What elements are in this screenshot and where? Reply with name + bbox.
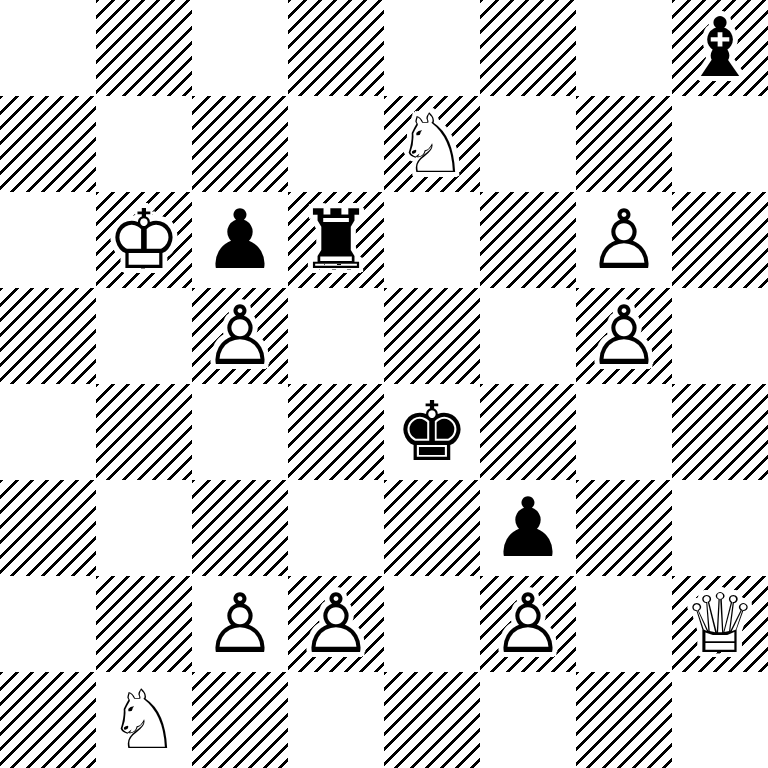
- square-f3[interactable]: ♟♟: [480, 480, 576, 576]
- square-a3[interactable]: [0, 480, 96, 576]
- black-king-glyph: ♚: [384, 384, 480, 480]
- white-pawn-glyph: ♙: [576, 192, 672, 288]
- square-h5[interactable]: [672, 288, 768, 384]
- square-b2[interactable]: [96, 576, 192, 672]
- white-pawn: ♟♙: [480, 576, 576, 672]
- square-e8[interactable]: [384, 0, 480, 96]
- black-pawn: ♟♟: [480, 480, 576, 576]
- square-d4[interactable]: [288, 384, 384, 480]
- square-d2[interactable]: ♟♙: [288, 576, 384, 672]
- white-knight: ♞♘: [96, 672, 192, 768]
- square-h2[interactable]: ♛♕: [672, 576, 768, 672]
- white-knight-glyph: ♘: [96, 672, 192, 768]
- white-pawn-glyph: ♙: [192, 576, 288, 672]
- square-f8[interactable]: [480, 0, 576, 96]
- square-h7[interactable]: [672, 96, 768, 192]
- square-f6[interactable]: [480, 192, 576, 288]
- square-a7[interactable]: [0, 96, 96, 192]
- square-f4[interactable]: [480, 384, 576, 480]
- white-pawn: ♟♙: [576, 288, 672, 384]
- square-d6[interactable]: ♜♜: [288, 192, 384, 288]
- black-pawn: ♟♟: [192, 192, 288, 288]
- square-b1[interactable]: ♞♘: [96, 672, 192, 768]
- square-g5[interactable]: ♟♙: [576, 288, 672, 384]
- white-queen-glyph: ♕: [672, 576, 768, 672]
- white-knight: ♞♘: [384, 96, 480, 192]
- square-e5[interactable]: [384, 288, 480, 384]
- black-pawn-glyph: ♟: [192, 192, 288, 288]
- square-b4[interactable]: [96, 384, 192, 480]
- white-pawn: ♟♙: [288, 576, 384, 672]
- square-f7[interactable]: [480, 96, 576, 192]
- square-g2[interactable]: [576, 576, 672, 672]
- square-f1[interactable]: [480, 672, 576, 768]
- black-rook-glyph: ♜: [288, 192, 384, 288]
- square-e3[interactable]: [384, 480, 480, 576]
- square-c8[interactable]: [192, 0, 288, 96]
- square-b7[interactable]: [96, 96, 192, 192]
- square-g4[interactable]: [576, 384, 672, 480]
- white-pawn: ♟♙: [576, 192, 672, 288]
- square-a1[interactable]: [0, 672, 96, 768]
- square-c7[interactable]: [192, 96, 288, 192]
- black-bishop-glyph: ♝: [672, 0, 768, 96]
- square-c5[interactable]: ♟♙: [192, 288, 288, 384]
- black-pawn-glyph: ♟: [480, 480, 576, 576]
- square-a6[interactable]: [0, 192, 96, 288]
- white-pawn-glyph: ♙: [576, 288, 672, 384]
- white-pawn-glyph: ♙: [480, 576, 576, 672]
- square-d5[interactable]: [288, 288, 384, 384]
- square-e4[interactable]: ♚♚: [384, 384, 480, 480]
- square-a4[interactable]: [0, 384, 96, 480]
- white-pawn: ♟♙: [192, 288, 288, 384]
- white-pawn-glyph: ♙: [192, 288, 288, 384]
- square-b5[interactable]: [96, 288, 192, 384]
- square-g6[interactable]: ♟♙: [576, 192, 672, 288]
- square-d1[interactable]: [288, 672, 384, 768]
- square-a5[interactable]: [0, 288, 96, 384]
- square-d3[interactable]: [288, 480, 384, 576]
- square-g3[interactable]: [576, 480, 672, 576]
- square-b6[interactable]: ♚♔: [96, 192, 192, 288]
- square-a2[interactable]: [0, 576, 96, 672]
- square-e1[interactable]: [384, 672, 480, 768]
- white-pawn: ♟♙: [192, 576, 288, 672]
- square-a8[interactable]: [0, 0, 96, 96]
- black-bishop: ♝♝: [672, 0, 768, 96]
- square-d8[interactable]: [288, 0, 384, 96]
- square-h3[interactable]: [672, 480, 768, 576]
- black-rook: ♜♜: [288, 192, 384, 288]
- square-h4[interactable]: [672, 384, 768, 480]
- square-e2[interactable]: [384, 576, 480, 672]
- black-king: ♚♚: [384, 384, 480, 480]
- white-king: ♚♔: [96, 192, 192, 288]
- chess-board: ♝♝♞♘♚♔♟♟♜♜♟♙♟♙♟♙♚♚♟♟♟♙♟♙♟♙♛♕♞♘: [0, 0, 768, 768]
- square-e6[interactable]: [384, 192, 480, 288]
- white-king-glyph: ♔: [96, 192, 192, 288]
- square-b3[interactable]: [96, 480, 192, 576]
- square-h6[interactable]: [672, 192, 768, 288]
- square-c4[interactable]: [192, 384, 288, 480]
- square-c1[interactable]: [192, 672, 288, 768]
- square-h1[interactable]: [672, 672, 768, 768]
- white-queen: ♛♕: [672, 576, 768, 672]
- square-c6[interactable]: ♟♟: [192, 192, 288, 288]
- white-pawn-glyph: ♙: [288, 576, 384, 672]
- square-c3[interactable]: [192, 480, 288, 576]
- square-g7[interactable]: [576, 96, 672, 192]
- square-e7[interactable]: ♞♘: [384, 96, 480, 192]
- square-f5[interactable]: [480, 288, 576, 384]
- square-d7[interactable]: [288, 96, 384, 192]
- square-c2[interactable]: ♟♙: [192, 576, 288, 672]
- square-g8[interactable]: [576, 0, 672, 96]
- white-knight-glyph: ♘: [384, 96, 480, 192]
- square-g1[interactable]: [576, 672, 672, 768]
- square-f2[interactable]: ♟♙: [480, 576, 576, 672]
- square-b8[interactable]: [96, 0, 192, 96]
- square-h8[interactable]: ♝♝: [672, 0, 768, 96]
